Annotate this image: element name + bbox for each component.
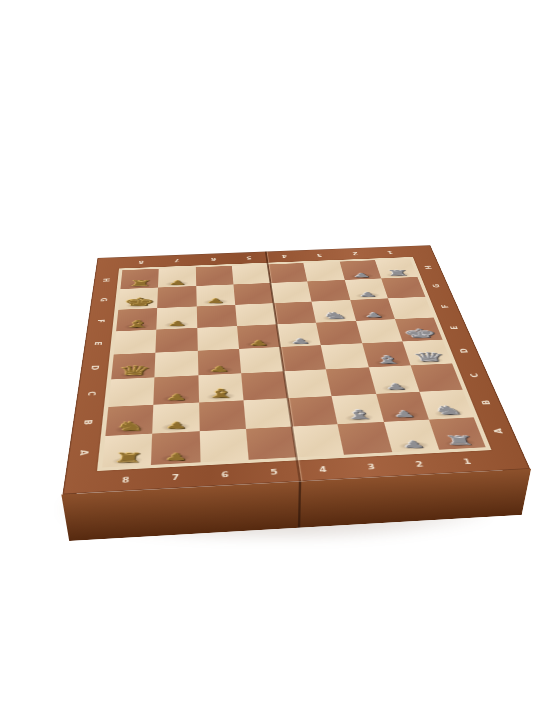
square-c5[interactable] xyxy=(241,371,288,400)
piece-black-pawn-e5[interactable]: ♟ xyxy=(249,339,270,346)
piece-black-pawn-d6[interactable]: ♟ xyxy=(209,365,231,373)
piece-shadow xyxy=(398,441,430,451)
square-a4[interactable] xyxy=(292,424,344,457)
rank-label-near-8: 8 xyxy=(100,468,151,492)
square-h3[interactable] xyxy=(304,262,345,282)
piece-shadow xyxy=(206,392,235,400)
square-g5[interactable] xyxy=(233,283,273,305)
rank-label-near-4: 4 xyxy=(297,458,349,482)
piece-black-pawn-a7[interactable]: ♟ xyxy=(164,452,189,462)
rank-label-near-2: 2 xyxy=(393,453,447,476)
piece-white-pawn-h2[interactable]: ♟ xyxy=(352,272,371,278)
piece-white-rook-h1[interactable]: ♜ xyxy=(385,269,411,277)
square-e1[interactable]: ♚ xyxy=(395,317,443,341)
piece-white-bishop-b3[interactable]: ♝ xyxy=(342,408,376,421)
piece-black-pawn-g6[interactable]: ♟ xyxy=(206,298,226,304)
square-d6[interactable]: ♟ xyxy=(197,349,241,376)
piece-shadow xyxy=(389,411,420,420)
rank-label-far-6: 6 xyxy=(195,253,231,266)
file-label-left-F: F xyxy=(80,313,122,328)
square-g6[interactable]: ♟ xyxy=(196,285,235,307)
square-b3[interactable]: ♝ xyxy=(332,394,384,424)
rank-label-far-7: 7 xyxy=(159,254,195,267)
square-a1[interactable]: ♜ xyxy=(429,417,486,450)
piece-shadow xyxy=(434,409,465,418)
square-f1[interactable] xyxy=(388,297,434,320)
piece-black-king-g8[interactable]: ♚ xyxy=(122,297,157,308)
square-e5[interactable]: ♟ xyxy=(237,324,280,349)
piece-black-knight-b8[interactable]: ♞ xyxy=(113,420,147,433)
square-f8[interactable]: ♝ xyxy=(116,308,157,331)
rank-label-near-1: 1 xyxy=(440,450,495,473)
piece-white-knight-b1[interactable]: ♞ xyxy=(432,405,465,417)
square-f6[interactable] xyxy=(196,305,237,328)
square-f4[interactable] xyxy=(273,301,316,324)
square-h1[interactable]: ♜ xyxy=(375,259,418,279)
piece-black-pawn-h7[interactable]: ♟ xyxy=(168,280,188,286)
square-a7[interactable]: ♟ xyxy=(151,431,200,465)
piece-white-pawn-f2[interactable]: ♟ xyxy=(364,312,385,319)
piece-black-bishop-f8[interactable]: ♝ xyxy=(122,319,153,329)
square-g1[interactable] xyxy=(381,277,425,298)
piece-shadow xyxy=(344,413,375,422)
square-e3[interactable] xyxy=(316,321,362,345)
square-a2[interactable]: ♟ xyxy=(383,419,439,452)
square-c6[interactable]: ♝ xyxy=(198,373,243,402)
square-b7[interactable]: ♟ xyxy=(152,402,199,433)
square-a3[interactable] xyxy=(338,422,392,455)
square-h8[interactable]: ♜ xyxy=(120,269,159,289)
piece-white-king-e1[interactable]: ♚ xyxy=(402,327,439,339)
fold-seam-front xyxy=(298,481,301,527)
square-b2[interactable]: ♟ xyxy=(376,391,429,421)
square-c1[interactable] xyxy=(410,364,462,392)
piece-shadow xyxy=(114,425,144,434)
piece-shadow xyxy=(161,423,191,432)
square-g3[interactable] xyxy=(307,280,349,301)
square-f5[interactable] xyxy=(235,303,277,326)
piece-black-pawn-f7[interactable]: ♟ xyxy=(167,320,188,327)
piece-shadow xyxy=(415,357,444,365)
square-h6[interactable] xyxy=(195,266,233,286)
rank-label-near-6: 6 xyxy=(200,463,250,487)
square-a6[interactable] xyxy=(199,429,248,463)
piece-white-pawn-e4[interactable]: ♟ xyxy=(290,337,311,344)
piece-white-queen-d1[interactable]: ♛ xyxy=(411,351,448,363)
square-c4[interactable] xyxy=(284,369,332,397)
square-b6[interactable] xyxy=(199,400,246,431)
square-c7[interactable]: ♟ xyxy=(154,376,199,405)
piece-shadow xyxy=(374,358,403,366)
square-b1[interactable]: ♞ xyxy=(419,389,473,419)
piece-white-knight-f3[interactable]: ♞ xyxy=(322,311,349,320)
rank-label-far-3: 3 xyxy=(301,249,339,261)
square-d5[interactable] xyxy=(239,347,284,373)
square-g8[interactable]: ♚ xyxy=(118,288,158,310)
square-g4[interactable] xyxy=(270,282,311,303)
rank-label-near-5: 5 xyxy=(249,460,300,484)
square-a8[interactable]: ♜ xyxy=(102,433,152,467)
piece-shadow xyxy=(160,453,191,463)
square-h7[interactable]: ♟ xyxy=(158,267,196,287)
square-f7[interactable]: ♟ xyxy=(157,306,197,329)
square-d3[interactable] xyxy=(321,343,368,369)
square-h5[interactable] xyxy=(232,264,271,284)
piece-white-pawn-a2[interactable]: ♟ xyxy=(401,439,427,449)
square-g7[interactable] xyxy=(157,286,196,308)
square-h4[interactable] xyxy=(268,263,308,283)
file-label-left-H: H xyxy=(86,273,125,287)
piece-black-queen-d8[interactable]: ♛ xyxy=(116,364,153,377)
piece-shadow xyxy=(162,394,191,403)
piece-shadow xyxy=(119,370,147,378)
piece-white-rook-a1[interactable]: ♜ xyxy=(443,434,477,447)
square-d7[interactable] xyxy=(155,351,198,378)
square-b8[interactable]: ♞ xyxy=(105,404,153,435)
piece-shadow xyxy=(111,456,143,466)
square-e6[interactable] xyxy=(197,326,239,351)
rank-label-near-3: 3 xyxy=(345,455,398,478)
rank-label-far-5: 5 xyxy=(231,252,268,265)
square-b5[interactable] xyxy=(243,398,292,429)
square-c3[interactable] xyxy=(326,368,375,396)
square-e7[interactable] xyxy=(156,328,198,353)
square-f3[interactable]: ♞ xyxy=(312,300,356,323)
square-e8[interactable] xyxy=(114,329,157,354)
file-label-left-G: G xyxy=(83,293,123,307)
piece-shadow xyxy=(444,438,477,448)
piece-black-rook-a8[interactable]: ♜ xyxy=(111,451,145,464)
square-h2[interactable]: ♟ xyxy=(339,260,381,280)
piece-white-bishop-d2[interactable]: ♝ xyxy=(372,354,404,365)
rank-label-near-7: 7 xyxy=(150,466,200,490)
piece-white-pawn-g2[interactable]: ♟ xyxy=(358,291,378,297)
rank-label-far-1: 1 xyxy=(371,246,410,258)
square-a5[interactable] xyxy=(246,426,297,459)
piece-white-pawn-c2[interactable]: ♟ xyxy=(385,383,408,391)
piece-black-pawn-c7[interactable]: ♟ xyxy=(165,393,188,402)
rank-label-far-4: 4 xyxy=(266,250,303,262)
square-c8[interactable] xyxy=(108,378,154,407)
chessboard-scene: 87654321 87654321 HGFEDCBA HGFEDCBA ♜♟♟♜… xyxy=(0,0,540,720)
square-e4[interactable]: ♟ xyxy=(277,322,321,347)
rank-label-far-8: 8 xyxy=(123,256,160,269)
chess-board: 87654321 87654321 HGFEDCBA HGFEDCBA ♜♟♟♜… xyxy=(63,245,530,494)
piece-black-bishop-c6[interactable]: ♝ xyxy=(205,387,238,399)
piece-shadow xyxy=(381,384,411,392)
piece-shadow xyxy=(205,366,233,374)
square-b4[interactable] xyxy=(288,396,338,427)
square-d4[interactable] xyxy=(280,345,326,371)
piece-black-pawn-b7[interactable]: ♟ xyxy=(164,421,188,430)
square-c2[interactable]: ♟ xyxy=(368,366,419,394)
rank-label-far-2: 2 xyxy=(336,248,374,260)
piece-black-rook-h8[interactable]: ♜ xyxy=(127,279,153,287)
piece-white-pawn-b2[interactable]: ♟ xyxy=(393,410,417,419)
square-d8[interactable]: ♛ xyxy=(111,353,155,380)
